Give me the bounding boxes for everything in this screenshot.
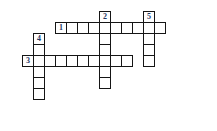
crossword-puzzle: 25143 <box>0 0 217 131</box>
crossword-cell-r6c7[interactable] <box>99 77 111 89</box>
crossword-cell-r7c1[interactable] <box>33 88 45 100</box>
crossword-grid: 25143 <box>0 0 217 131</box>
clue-number: 4 <box>37 34 41 44</box>
crossword-cell-r1c12[interactable] <box>154 22 166 34</box>
clue-number: 1 <box>59 23 63 33</box>
clue-number: 2 <box>103 12 107 22</box>
clue-number: 5 <box>147 12 151 22</box>
crossword-cell-r4c11[interactable] <box>143 55 155 67</box>
clue-number: 3 <box>26 56 30 66</box>
crossword-cell-r4c9[interactable] <box>121 55 133 67</box>
